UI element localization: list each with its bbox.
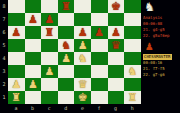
square-a1[interactable]: ♜ — [8, 91, 25, 104]
square-h7[interactable] — [124, 13, 141, 26]
file-label-h: h — [131, 105, 134, 111]
white-rook[interactable]: ♜ — [8, 91, 25, 104]
square-g5[interactable]: ♛ — [108, 39, 125, 52]
square-f5[interactable] — [91, 39, 108, 52]
rank-label-7: 7 — [1, 16, 7, 22]
square-b2[interactable]: ♟ — [25, 78, 42, 91]
black-player-box: CHESSMASTER 00:08:16 21. f7-f5 22. g7-g6 — [143, 54, 179, 78]
black-rook[interactable]: ♜ — [58, 0, 75, 13]
white-knight[interactable]: ♞ — [124, 65, 141, 78]
file-label-g: g — [114, 105, 117, 111]
black-pawn[interactable]: ♟ — [91, 26, 108, 39]
rank-label-8: 8 — [1, 3, 7, 9]
file-label-f: f — [98, 105, 101, 111]
square-d1[interactable] — [58, 91, 75, 104]
square-h4[interactable] — [124, 52, 141, 65]
white-queen[interactable]: ♛ — [74, 78, 91, 91]
square-d3[interactable] — [58, 65, 75, 78]
square-f6[interactable]: ♟ — [91, 26, 108, 39]
square-g2[interactable] — [108, 78, 125, 91]
white-pawn[interactable]: ♟ — [41, 65, 58, 78]
square-c4[interactable] — [41, 52, 58, 65]
file-label-e: e — [81, 105, 84, 111]
square-a2[interactable]: ♟ — [8, 78, 25, 91]
white-player-box: Analysis 00:06:08 21. g4-g5 22. g5xf6ep — [143, 15, 179, 39]
square-h5[interactable] — [124, 39, 141, 52]
square-d7[interactable] — [58, 13, 75, 26]
square-c3[interactable]: ♟ — [41, 65, 58, 78]
square-e5[interactable]: ♟ — [74, 39, 91, 52]
square-d8[interactable]: ♜ — [58, 0, 75, 13]
rank-label-1: 1 — [1, 94, 7, 100]
square-f7[interactable] — [91, 13, 108, 26]
black-pawn[interactable]: ♟ — [41, 13, 58, 26]
square-a6[interactable]: ♟ — [8, 26, 25, 39]
white-pawn[interactable]: ♟ — [8, 78, 25, 91]
black-king[interactable]: ♚ — [108, 0, 125, 13]
square-a5[interactable] — [8, 39, 25, 52]
square-c8[interactable] — [41, 0, 58, 13]
square-c1[interactable] — [41, 91, 58, 104]
file-label-a: a — [15, 105, 18, 111]
square-b4[interactable] — [25, 52, 42, 65]
square-a4[interactable] — [8, 52, 25, 65]
square-h2[interactable] — [124, 78, 141, 91]
square-d2[interactable] — [58, 78, 75, 91]
square-e3[interactable] — [74, 65, 91, 78]
square-a8[interactable] — [8, 0, 25, 13]
square-a7[interactable] — [8, 13, 25, 26]
square-c2[interactable] — [41, 78, 58, 91]
black-pawn[interactable]: ♟ — [74, 26, 91, 39]
black-knight[interactable]: ♞ — [58, 39, 75, 52]
square-c7[interactable]: ♟ — [41, 13, 58, 26]
white-pawn[interactable]: ♟ — [25, 78, 42, 91]
white-knight[interactable]: ♞ — [74, 52, 91, 65]
chess-board[interactable]: ♜♚♟♟♟♜♟♟♟♞♟♛♟♞♟♞♟♟♛♜♚♜ — [8, 0, 141, 104]
square-b8[interactable] — [25, 0, 42, 13]
white-pawn[interactable]: ♟ — [58, 52, 75, 65]
square-b5[interactable] — [25, 39, 42, 52]
file-label-b: b — [31, 105, 34, 111]
square-b6[interactable] — [25, 26, 42, 39]
square-h6[interactable] — [124, 26, 141, 39]
square-h8[interactable] — [124, 0, 141, 13]
rank-label-5: 5 — [1, 42, 7, 48]
black-pawn[interactable]: ♟ — [8, 26, 25, 39]
square-h3[interactable]: ♞ — [124, 65, 141, 78]
square-b1[interactable] — [25, 91, 42, 104]
black-pawn[interactable]: ♟ — [108, 26, 125, 39]
square-e6[interactable]: ♟ — [74, 26, 91, 39]
square-e8[interactable] — [74, 0, 91, 13]
rank-label-2: 2 — [1, 81, 7, 87]
white-rook[interactable]: ♜ — [124, 91, 141, 104]
black-pawn[interactable]: ♟ — [25, 13, 42, 26]
square-c5[interactable] — [41, 39, 58, 52]
square-d6[interactable] — [58, 26, 75, 39]
white-king[interactable]: ♚ — [74, 91, 91, 104]
square-g3[interactable] — [108, 65, 125, 78]
square-b7[interactable]: ♟ — [25, 13, 42, 26]
square-e4[interactable]: ♞ — [74, 52, 91, 65]
square-g1[interactable] — [108, 91, 125, 104]
square-f4[interactable] — [91, 52, 108, 65]
square-a3[interactable] — [8, 65, 25, 78]
square-g4[interactable] — [108, 52, 125, 65]
square-f2[interactable] — [91, 78, 108, 91]
white-pawn[interactable]: ♟ — [74, 39, 91, 52]
chess-app-screen: ♜♚♟♟♟♜♟♟♟♞♟♛♟♞♟♞♟♟♛♜♚♜ 87654321 abcdefgh… — [0, 0, 180, 113]
square-h1[interactable]: ♜ — [124, 91, 141, 104]
rank-label-4: 4 — [1, 55, 7, 61]
black-rook[interactable]: ♜ — [41, 26, 58, 39]
square-d4[interactable]: ♟ — [58, 52, 75, 65]
square-c6[interactable]: ♜ — [41, 26, 58, 39]
square-e7[interactable] — [74, 13, 91, 26]
square-e1[interactable]: ♚ — [74, 91, 91, 104]
file-label-d: d — [64, 105, 67, 111]
square-f1[interactable] — [91, 91, 108, 104]
square-f3[interactable] — [91, 65, 108, 78]
square-f8[interactable] — [91, 0, 108, 13]
rank-label-3: 3 — [1, 68, 7, 74]
square-d5[interactable]: ♞ — [58, 39, 75, 52]
square-g7[interactable] — [108, 13, 125, 26]
red-pawn-icon: ♟ — [145, 41, 154, 53]
square-e2[interactable]: ♛ — [74, 78, 91, 91]
square-g6[interactable]: ♟ — [108, 26, 125, 39]
file-label-c: c — [48, 105, 51, 111]
rank-label-6: 6 — [1, 29, 7, 35]
white-knight-icon: ♞ — [144, 0, 155, 14]
square-g8[interactable]: ♚ — [108, 0, 125, 13]
black-queen[interactable]: ♛ — [108, 39, 125, 52]
white-move-2: 22. g5xf6ep — [143, 33, 179, 39]
black-move-2: 22. g7-g6 — [143, 72, 179, 78]
square-b3[interactable] — [25, 65, 42, 78]
